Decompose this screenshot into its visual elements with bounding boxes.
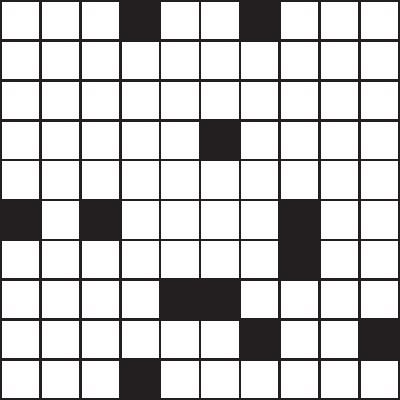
white-cell[interactable] (42, 201, 79, 238)
white-cell[interactable] (241, 122, 278, 159)
white-cell[interactable] (321, 122, 358, 159)
white-cell[interactable] (241, 201, 278, 238)
white-cell[interactable] (82, 161, 119, 198)
white-cell[interactable] (361, 281, 398, 318)
white-cell[interactable] (122, 122, 159, 159)
white-cell[interactable] (201, 321, 238, 358)
white-cell[interactable] (42, 281, 79, 318)
white-cell[interactable] (201, 241, 238, 278)
white-cell[interactable] (281, 82, 318, 119)
white-cell[interactable] (321, 241, 358, 278)
white-cell[interactable] (161, 161, 198, 198)
white-cell[interactable] (281, 361, 318, 398)
white-cell[interactable] (241, 82, 278, 119)
white-cell[interactable] (321, 2, 358, 39)
white-cell[interactable] (2, 161, 39, 198)
black-cell (2, 201, 39, 238)
black-cell (82, 201, 119, 238)
white-cell[interactable] (161, 122, 198, 159)
crossword-grid (0, 0, 400, 400)
white-cell[interactable] (2, 82, 39, 119)
white-cell[interactable] (82, 122, 119, 159)
black-cell (201, 122, 238, 159)
white-cell[interactable] (241, 161, 278, 198)
white-cell[interactable] (2, 42, 39, 79)
white-cell[interactable] (281, 321, 318, 358)
white-cell[interactable] (82, 281, 119, 318)
white-cell[interactable] (281, 122, 318, 159)
white-cell[interactable] (361, 42, 398, 79)
white-cell[interactable] (2, 241, 39, 278)
black-cell (281, 241, 318, 278)
white-cell[interactable] (122, 201, 159, 238)
white-cell[interactable] (321, 201, 358, 238)
white-cell[interactable] (122, 321, 159, 358)
white-cell[interactable] (281, 161, 318, 198)
white-cell[interactable] (321, 42, 358, 79)
white-cell[interactable] (82, 321, 119, 358)
white-cell[interactable] (361, 241, 398, 278)
white-cell[interactable] (321, 82, 358, 119)
white-cell[interactable] (122, 42, 159, 79)
white-cell[interactable] (161, 241, 198, 278)
white-cell[interactable] (321, 361, 358, 398)
black-cell (241, 321, 278, 358)
white-cell[interactable] (201, 82, 238, 119)
black-cell (241, 2, 278, 39)
white-cell[interactable] (42, 161, 79, 198)
white-cell[interactable] (361, 201, 398, 238)
white-cell[interactable] (161, 201, 198, 238)
white-cell[interactable] (281, 42, 318, 79)
white-cell[interactable] (321, 161, 358, 198)
white-cell[interactable] (42, 82, 79, 119)
white-cell[interactable] (201, 161, 238, 198)
puzzle-page (0, 0, 400, 400)
white-cell[interactable] (201, 201, 238, 238)
white-cell[interactable] (241, 42, 278, 79)
white-cell[interactable] (161, 321, 198, 358)
white-cell[interactable] (2, 281, 39, 318)
white-cell[interactable] (321, 281, 358, 318)
white-cell[interactable] (122, 281, 159, 318)
white-cell[interactable] (201, 42, 238, 79)
white-cell[interactable] (361, 161, 398, 198)
white-cell[interactable] (241, 281, 278, 318)
white-cell[interactable] (42, 321, 79, 358)
black-cell (161, 281, 198, 318)
white-cell[interactable] (161, 2, 198, 39)
white-cell[interactable] (241, 241, 278, 278)
white-cell[interactable] (2, 122, 39, 159)
white-cell[interactable] (2, 361, 39, 398)
white-cell[interactable] (42, 361, 79, 398)
black-cell (361, 321, 398, 358)
white-cell[interactable] (361, 82, 398, 119)
black-cell (122, 2, 159, 39)
white-cell[interactable] (2, 321, 39, 358)
white-cell[interactable] (281, 281, 318, 318)
black-cell (201, 281, 238, 318)
white-cell[interactable] (201, 361, 238, 398)
white-cell[interactable] (122, 82, 159, 119)
white-cell[interactable] (161, 42, 198, 79)
white-cell[interactable] (42, 2, 79, 39)
white-cell[interactable] (82, 241, 119, 278)
black-cell (281, 201, 318, 238)
white-cell[interactable] (361, 2, 398, 39)
white-cell[interactable] (42, 241, 79, 278)
white-cell[interactable] (122, 161, 159, 198)
white-cell[interactable] (201, 2, 238, 39)
white-cell[interactable] (82, 82, 119, 119)
white-cell[interactable] (321, 321, 358, 358)
white-cell[interactable] (82, 361, 119, 398)
white-cell[interactable] (82, 2, 119, 39)
white-cell[interactable] (361, 122, 398, 159)
white-cell[interactable] (122, 241, 159, 278)
white-cell[interactable] (281, 2, 318, 39)
white-cell[interactable] (161, 361, 198, 398)
white-cell[interactable] (2, 2, 39, 39)
white-cell[interactable] (42, 42, 79, 79)
white-cell[interactable] (241, 361, 278, 398)
white-cell[interactable] (82, 42, 119, 79)
black-cell (122, 361, 159, 398)
white-cell[interactable] (161, 82, 198, 119)
white-cell[interactable] (42, 122, 79, 159)
white-cell[interactable] (361, 361, 398, 398)
